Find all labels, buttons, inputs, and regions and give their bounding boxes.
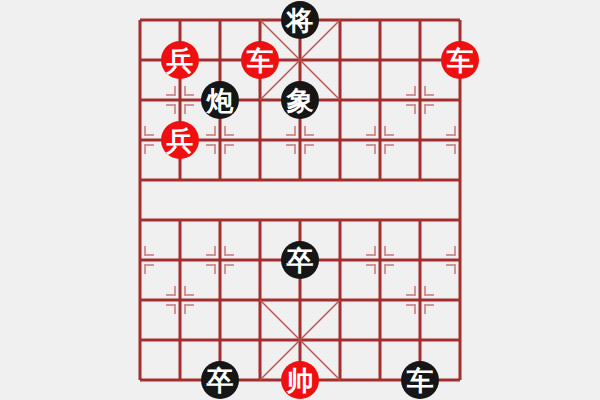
intersection-c2-r2: 炮: [200, 80, 240, 120]
intersection-c4-r6: 卒: [280, 240, 320, 280]
piece-black-general[interactable]: 将: [281, 1, 319, 39]
intersection-c3-r1: 车: [240, 40, 280, 80]
piece-black-chariot[interactable]: 车: [401, 361, 439, 399]
piece-red-soldier[interactable]: 兵: [161, 41, 199, 79]
intersection-c2-r9: 卒: [200, 360, 240, 400]
intersection-c1-r3: 兵: [160, 120, 200, 160]
piece-red-chariot[interactable]: 车: [441, 41, 479, 79]
intersection-c4-r2: 象: [280, 80, 320, 120]
intersection-c8-r1: 车: [440, 40, 480, 80]
xiangqi-board[interactable]: 将兵车车炮象兵卒卒帅车: [120, 0, 480, 400]
piece-black-soldier[interactable]: 卒: [201, 361, 239, 399]
piece-black-soldier[interactable]: 卒: [281, 241, 319, 279]
intersection-c7-r9: 车: [400, 360, 440, 400]
piece-red-soldier[interactable]: 兵: [161, 121, 199, 159]
intersection-c4-r9: 帅: [280, 360, 320, 400]
piece-red-chariot[interactable]: 车: [241, 41, 279, 79]
intersection-c1-r1: 兵: [160, 40, 200, 80]
intersection-c4-r0: 将: [280, 0, 320, 40]
piece-red-general[interactable]: 帅: [281, 361, 319, 399]
piece-black-cannon[interactable]: 炮: [201, 81, 239, 119]
xiangqi-app: 将兵车车炮象兵卒卒帅车: [0, 0, 600, 400]
piece-black-elephant[interactable]: 象: [281, 81, 319, 119]
